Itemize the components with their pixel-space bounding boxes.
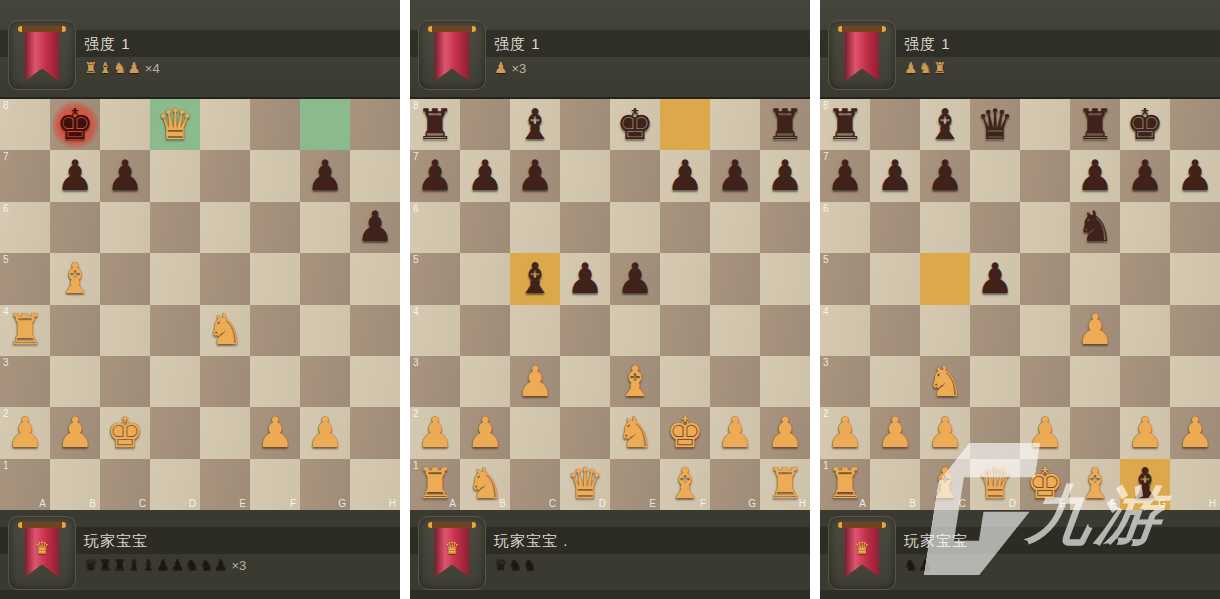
rank-label: 4 xyxy=(413,306,419,317)
white-pawn[interactable]: ♟ xyxy=(766,412,804,454)
square-d5[interactable]: ♟ xyxy=(970,253,1020,304)
square-c1[interactable]: C♝ xyxy=(920,459,970,510)
game-panel-1: 强度 1 ♜♝♞♟×4 8♚♛7♟♟♟6♟5♝4♜♞32♟♟♚♟♟1ABCDEF… xyxy=(0,0,400,599)
white-rook[interactable]: ♜ xyxy=(826,463,864,505)
square-d7[interactable] xyxy=(150,150,200,201)
square-c8[interactable]: ♝ xyxy=(510,99,560,150)
square-a2[interactable]: 2♟ xyxy=(410,407,460,458)
black-pawn[interactable]: ♟ xyxy=(106,155,144,197)
square-b6[interactable] xyxy=(50,202,100,253)
square-f3[interactable] xyxy=(1070,356,1120,407)
square-a1[interactable]: 1A xyxy=(0,459,50,510)
player-avatar[interactable]: ♛ xyxy=(8,516,76,590)
square-g7[interactable]: ♟ xyxy=(710,150,760,201)
square-b4[interactable] xyxy=(50,305,100,356)
white-rook[interactable]: ♜ xyxy=(6,309,44,351)
black-knight[interactable]: ♞ xyxy=(1076,206,1114,248)
square-f7[interactable]: ♟ xyxy=(660,150,710,201)
square-c6[interactable] xyxy=(510,202,560,253)
square-e2[interactable]: ♞ xyxy=(610,407,660,458)
opponent-name: 强度 1 xyxy=(904,30,951,57)
square-b3[interactable] xyxy=(50,356,100,407)
square-d3[interactable] xyxy=(560,356,610,407)
black-pawn[interactable]: ♟ xyxy=(826,155,864,197)
white-knight[interactable]: ♞ xyxy=(926,361,964,403)
square-h7[interactable]: ♟ xyxy=(1170,150,1220,201)
black-pawn[interactable]: ♟ xyxy=(416,155,454,197)
square-d8[interactable]: ♛ xyxy=(970,99,1020,150)
captured-multiplier: ×3 xyxy=(232,558,247,573)
black-pawn[interactable]: ♟ xyxy=(356,206,394,248)
square-h8[interactable]: ♜ xyxy=(760,99,810,150)
square-f2[interactable]: ♟ xyxy=(250,407,300,458)
square-g8[interactable]: ♚ xyxy=(1120,99,1170,150)
white-pawn[interactable]: ♟ xyxy=(826,412,864,454)
white-pawn[interactable]: ♟ xyxy=(1126,412,1164,454)
square-h2[interactable]: ♟ xyxy=(1170,407,1220,458)
square-f2[interactable]: ♚ xyxy=(660,407,710,458)
player-avatar[interactable]: ♛ xyxy=(418,516,486,590)
square-g8[interactable] xyxy=(300,99,350,150)
square-b8[interactable]: ♚ xyxy=(50,99,100,150)
black-pawn[interactable]: ♟ xyxy=(56,155,94,197)
square-e4[interactable] xyxy=(1020,305,1070,356)
square-d8[interactable] xyxy=(560,99,610,150)
white-pawn[interactable]: ♟ xyxy=(466,412,504,454)
square-f5[interactable] xyxy=(660,253,710,304)
square-h4[interactable] xyxy=(1170,305,1220,356)
square-d6[interactable] xyxy=(970,202,1020,253)
square-b3[interactable] xyxy=(460,356,510,407)
black-pawn[interactable]: ♟ xyxy=(1176,155,1214,197)
square-c5[interactable]: ♝ xyxy=(510,253,560,304)
square-b1[interactable]: B xyxy=(50,459,100,510)
square-g4[interactable] xyxy=(710,305,760,356)
square-h1[interactable]: H xyxy=(1170,459,1220,510)
file-label: G xyxy=(1158,498,1166,509)
captured-knight-icon: ♞ xyxy=(523,558,536,573)
square-f8[interactable]: ♜ xyxy=(1070,99,1120,150)
square-c4[interactable] xyxy=(100,305,150,356)
square-e1[interactable]: E♚ xyxy=(1020,459,1070,510)
square-f5[interactable] xyxy=(1070,253,1120,304)
square-g7[interactable]: ♟ xyxy=(1120,150,1170,201)
square-e7[interactable] xyxy=(1020,150,1070,201)
white-pawn[interactable]: ♟ xyxy=(716,412,754,454)
white-pawn[interactable]: ♟ xyxy=(306,412,344,454)
file-label: B xyxy=(909,498,916,509)
banner-rod-icon xyxy=(838,522,886,528)
square-h3[interactable] xyxy=(1170,356,1220,407)
white-pawn[interactable]: ♟ xyxy=(416,412,454,454)
player-bar: 玩家宝宝 . ♛ ♛♞♞ xyxy=(410,510,810,599)
black-pawn[interactable]: ♟ xyxy=(1126,155,1164,197)
square-h1[interactable]: H xyxy=(350,459,400,510)
square-b7[interactable]: ♟ xyxy=(50,150,100,201)
square-a7[interactable]: 7♟ xyxy=(410,150,460,201)
square-g3[interactable] xyxy=(1120,356,1170,407)
square-g1[interactable]: G♝ xyxy=(1120,459,1170,510)
square-a5[interactable]: 5 xyxy=(820,253,870,304)
square-b4[interactable] xyxy=(460,305,510,356)
black-rook[interactable]: ♜ xyxy=(416,104,454,146)
square-c2[interactable] xyxy=(510,407,560,458)
black-pawn[interactable]: ♟ xyxy=(566,258,604,300)
square-f4[interactable] xyxy=(660,305,710,356)
square-d3[interactable] xyxy=(150,356,200,407)
white-bishop[interactable]: ♝ xyxy=(1076,463,1114,505)
square-g2[interactable]: ♟ xyxy=(300,407,350,458)
black-pawn[interactable]: ♟ xyxy=(466,155,504,197)
square-b1[interactable]: B xyxy=(870,459,920,510)
square-f1[interactable]: F♝ xyxy=(660,459,710,510)
square-b5[interactable] xyxy=(870,253,920,304)
square-f6[interactable]: ♞ xyxy=(1070,202,1120,253)
opponent-avatar[interactable] xyxy=(828,20,896,90)
banner-icon xyxy=(25,29,59,81)
rank-label: 5 xyxy=(413,254,419,265)
square-h5[interactable] xyxy=(760,253,810,304)
black-pawn[interactable]: ♟ xyxy=(716,155,754,197)
square-e2[interactable]: ♟ xyxy=(1020,407,1070,458)
square-c1[interactable]: C xyxy=(510,459,560,510)
white-pawn[interactable]: ♟ xyxy=(1026,412,1064,454)
white-pawn[interactable]: ♟ xyxy=(926,412,964,454)
square-e4[interactable]: ♞ xyxy=(200,305,250,356)
square-b3[interactable] xyxy=(870,356,920,407)
square-b8[interactable] xyxy=(460,99,510,150)
white-king[interactable]: ♚ xyxy=(666,412,704,454)
square-e1[interactable]: E xyxy=(200,459,250,510)
square-a4[interactable]: 4 xyxy=(410,305,460,356)
square-g2[interactable]: ♟ xyxy=(1120,407,1170,458)
square-a7[interactable]: 7 xyxy=(0,150,50,201)
captured-pawn-icon: ♟ xyxy=(156,558,169,573)
square-g6[interactable] xyxy=(300,202,350,253)
rank-label: 2 xyxy=(413,408,419,419)
black-king[interactable]: ♚ xyxy=(616,104,654,146)
player-name: 玩家宝宝 xyxy=(904,527,968,554)
square-c5[interactable] xyxy=(920,253,970,304)
white-queen[interactable]: ♛ xyxy=(156,104,194,146)
square-e5[interactable]: ♟ xyxy=(610,253,660,304)
square-e8[interactable] xyxy=(200,99,250,150)
square-g4[interactable] xyxy=(1120,305,1170,356)
square-a6[interactable]: 6 xyxy=(820,202,870,253)
captured-rook-icon: ♜ xyxy=(113,558,126,573)
square-d2[interactable] xyxy=(560,407,610,458)
square-g1[interactable]: G xyxy=(300,459,350,510)
square-c1[interactable]: C xyxy=(100,459,150,510)
opponent-avatar[interactable] xyxy=(418,20,486,90)
square-f3[interactable] xyxy=(250,356,300,407)
file-label: G xyxy=(338,498,346,509)
square-f8[interactable] xyxy=(660,99,710,150)
square-b5[interactable]: ♝ xyxy=(50,253,100,304)
opponent-name: 强度 1 xyxy=(84,30,131,57)
square-f7[interactable] xyxy=(250,150,300,201)
rank-label: 8 xyxy=(413,100,419,111)
square-f5[interactable] xyxy=(250,253,300,304)
file-label: E xyxy=(649,498,656,509)
white-pawn[interactable]: ♟ xyxy=(876,412,914,454)
square-e7[interactable] xyxy=(610,150,660,201)
square-e8[interactable]: ♚ xyxy=(610,99,660,150)
square-g7[interactable]: ♟ xyxy=(300,150,350,201)
black-bishop[interactable]: ♝ xyxy=(516,258,554,300)
square-d4[interactable] xyxy=(970,305,1020,356)
white-king[interactable]: ♚ xyxy=(106,412,144,454)
square-g6[interactable] xyxy=(1120,202,1170,253)
square-h6[interactable]: ♟ xyxy=(350,202,400,253)
square-b1[interactable]: B♞ xyxy=(460,459,510,510)
captured-bishop-icon: ♝ xyxy=(127,558,140,573)
square-g5[interactable] xyxy=(300,253,350,304)
square-d1[interactable]: D♛ xyxy=(560,459,610,510)
rank-label: 6 xyxy=(823,203,829,214)
square-c5[interactable] xyxy=(100,253,150,304)
square-f8[interactable] xyxy=(250,99,300,150)
captured-knight-icon: ♞ xyxy=(918,61,931,76)
square-b2[interactable]: ♟ xyxy=(460,407,510,458)
square-h5[interactable] xyxy=(1170,253,1220,304)
square-h3[interactable] xyxy=(350,356,400,407)
black-bishop[interactable]: ♝ xyxy=(926,104,964,146)
rank-label: 1 xyxy=(3,460,9,471)
square-f1[interactable]: F♝ xyxy=(1070,459,1120,510)
square-f4[interactable] xyxy=(250,305,300,356)
player-captured-tray: ♞♟ xyxy=(904,558,932,573)
square-a3[interactable]: 3 xyxy=(410,356,460,407)
square-e7[interactable] xyxy=(200,150,250,201)
square-g2[interactable]: ♟ xyxy=(710,407,760,458)
square-e5[interactable] xyxy=(200,253,250,304)
square-a5[interactable]: 5 xyxy=(410,253,460,304)
square-d1[interactable]: D xyxy=(150,459,200,510)
square-d8[interactable]: ♛ xyxy=(150,99,200,150)
white-pawn[interactable]: ♟ xyxy=(6,412,44,454)
black-rook[interactable]: ♜ xyxy=(766,104,804,146)
black-king[interactable]: ♚ xyxy=(1126,104,1164,146)
square-f3[interactable] xyxy=(660,356,710,407)
square-b5[interactable] xyxy=(460,253,510,304)
square-g3[interactable] xyxy=(300,356,350,407)
square-c3[interactable] xyxy=(100,356,150,407)
square-h3[interactable] xyxy=(760,356,810,407)
square-c6[interactable] xyxy=(920,202,970,253)
opponent-bar: 强度 1 ♜♝♞♟×4 xyxy=(0,0,400,97)
white-pawn[interactable]: ♟ xyxy=(1076,309,1114,351)
square-e3[interactable]: ♝ xyxy=(610,356,660,407)
square-b6[interactable] xyxy=(870,202,920,253)
square-d2[interactable] xyxy=(150,407,200,458)
white-knight[interactable]: ♞ xyxy=(466,463,504,505)
square-b6[interactable] xyxy=(460,202,510,253)
square-b2[interactable]: ♟ xyxy=(870,407,920,458)
square-a6[interactable]: 6 xyxy=(410,202,460,253)
square-h2[interactable]: ♟ xyxy=(760,407,810,458)
black-pawn[interactable]: ♟ xyxy=(1076,155,1114,197)
square-h5[interactable] xyxy=(350,253,400,304)
black-pawn[interactable]: ♟ xyxy=(516,155,554,197)
square-d7[interactable] xyxy=(560,150,610,201)
square-c8[interactable]: ♝ xyxy=(920,99,970,150)
square-c4[interactable] xyxy=(510,305,560,356)
square-d6[interactable] xyxy=(560,202,610,253)
square-c8[interactable] xyxy=(100,99,150,150)
square-d5[interactable]: ♟ xyxy=(560,253,610,304)
square-a8[interactable]: 8♜ xyxy=(820,99,870,150)
file-label: H xyxy=(799,498,806,509)
square-f7[interactable]: ♟ xyxy=(1070,150,1120,201)
black-bishop[interactable]: ♝ xyxy=(516,104,554,146)
opponent-avatar[interactable] xyxy=(8,20,76,90)
crown-icon: ♛ xyxy=(854,538,869,558)
white-pawn[interactable]: ♟ xyxy=(516,361,554,403)
square-d2[interactable] xyxy=(970,407,1020,458)
square-d3[interactable] xyxy=(970,356,1020,407)
square-c4[interactable] xyxy=(920,305,970,356)
white-pawn[interactable]: ♟ xyxy=(256,412,294,454)
square-h6[interactable] xyxy=(1170,202,1220,253)
black-pawn[interactable]: ♟ xyxy=(976,258,1014,300)
black-pawn[interactable]: ♟ xyxy=(926,155,964,197)
file-label: E xyxy=(1059,498,1066,509)
black-king[interactable]: ♚ xyxy=(56,104,94,146)
square-h8[interactable] xyxy=(1170,99,1220,150)
file-label: H xyxy=(389,498,396,509)
white-knight[interactable]: ♞ xyxy=(616,412,654,454)
square-g5[interactable] xyxy=(710,253,760,304)
file-label: A xyxy=(449,498,456,509)
square-g5[interactable] xyxy=(1120,253,1170,304)
square-a2[interactable]: 2♟ xyxy=(0,407,50,458)
square-h7[interactable]: ♟ xyxy=(760,150,810,201)
black-pawn[interactable]: ♟ xyxy=(306,155,344,197)
square-f4[interactable]: ♟ xyxy=(1070,305,1120,356)
square-h2[interactable] xyxy=(350,407,400,458)
square-c2[interactable]: ♚ xyxy=(100,407,150,458)
banner-rod-icon xyxy=(428,522,476,528)
square-c3[interactable]: ♞ xyxy=(920,356,970,407)
square-b7[interactable]: ♟ xyxy=(460,150,510,201)
square-a4[interactable]: 4 xyxy=(820,305,870,356)
white-king[interactable]: ♚ xyxy=(1026,463,1064,505)
white-rook[interactable]: ♜ xyxy=(416,463,454,505)
captured-pawn-icon: ♟ xyxy=(494,61,507,76)
opponent-bar: 强度 1 ♟♞♜ xyxy=(820,0,1220,97)
square-f6[interactable] xyxy=(660,202,710,253)
square-d6[interactable] xyxy=(150,202,200,253)
white-pawn[interactable]: ♟ xyxy=(56,412,94,454)
game-panel-2: 强度 1 ♟×3 8♜♝♚♜7♟♟♟♟♟♟65♝♟♟43♟♝2♟♟♞♚♟♟1A♜… xyxy=(410,0,810,599)
square-e4[interactable] xyxy=(610,305,660,356)
square-a5[interactable]: 5 xyxy=(0,253,50,304)
square-a3[interactable]: 3 xyxy=(0,356,50,407)
captured-knight-icon: ♞ xyxy=(200,558,213,573)
square-b2[interactable]: ♟ xyxy=(50,407,100,458)
square-a4[interactable]: 4♜ xyxy=(0,305,50,356)
square-e2[interactable] xyxy=(200,407,250,458)
square-b7[interactable]: ♟ xyxy=(870,150,920,201)
square-e1[interactable]: E xyxy=(610,459,660,510)
square-e3[interactable] xyxy=(200,356,250,407)
white-knight[interactable]: ♞ xyxy=(206,309,244,351)
square-a6[interactable]: 6 xyxy=(0,202,50,253)
white-bishop[interactable]: ♝ xyxy=(666,463,704,505)
white-pawn[interactable]: ♟ xyxy=(1176,412,1214,454)
square-e5[interactable] xyxy=(1020,253,1070,304)
square-e6[interactable] xyxy=(610,202,660,253)
square-c2[interactable]: ♟ xyxy=(920,407,970,458)
square-c6[interactable] xyxy=(100,202,150,253)
square-d4[interactable] xyxy=(560,305,610,356)
square-d7[interactable] xyxy=(970,150,1020,201)
square-a8[interactable]: 8 xyxy=(0,99,50,150)
square-e6[interactable] xyxy=(1020,202,1070,253)
square-g8[interactable] xyxy=(710,99,760,150)
square-f1[interactable]: F xyxy=(250,459,300,510)
black-pawn[interactable]: ♟ xyxy=(616,258,654,300)
square-a8[interactable]: 8♜ xyxy=(410,99,460,150)
square-h4[interactable] xyxy=(760,305,810,356)
square-a3[interactable]: 3 xyxy=(820,356,870,407)
player-avatar[interactable]: ♛ xyxy=(828,516,896,590)
square-e3[interactable] xyxy=(1020,356,1070,407)
square-f6[interactable] xyxy=(250,202,300,253)
black-rook[interactable]: ♜ xyxy=(826,104,864,146)
file-label: A xyxy=(859,498,866,509)
square-g6[interactable] xyxy=(710,202,760,253)
square-e8[interactable] xyxy=(1020,99,1070,150)
black-queen[interactable]: ♛ xyxy=(976,104,1014,146)
square-h7[interactable] xyxy=(350,150,400,201)
square-g4[interactable] xyxy=(300,305,350,356)
square-a1[interactable]: 1A♜ xyxy=(820,459,870,510)
crown-icon: ♛ xyxy=(34,538,49,558)
square-a2[interactable]: 2♟ xyxy=(820,407,870,458)
square-h6[interactable] xyxy=(760,202,810,253)
square-c7[interactable]: ♟ xyxy=(920,150,970,201)
square-a7[interactable]: 7♟ xyxy=(820,150,870,201)
square-a1[interactable]: 1A♜ xyxy=(410,459,460,510)
square-d1[interactable]: D♛ xyxy=(970,459,1020,510)
white-bishop[interactable]: ♝ xyxy=(616,361,654,403)
square-h8[interactable] xyxy=(350,99,400,150)
player-name: 玩家宝宝 xyxy=(84,527,148,554)
square-b4[interactable] xyxy=(870,305,920,356)
square-h4[interactable] xyxy=(350,305,400,356)
square-b8[interactable] xyxy=(870,99,920,150)
square-d4[interactable] xyxy=(150,305,200,356)
square-d5[interactable] xyxy=(150,253,200,304)
black-pawn[interactable]: ♟ xyxy=(876,155,914,197)
square-f2[interactable] xyxy=(1070,407,1120,458)
white-bishop[interactable]: ♝ xyxy=(56,258,94,300)
square-g1[interactable]: G xyxy=(710,459,760,510)
square-e6[interactable] xyxy=(200,202,250,253)
black-pawn[interactable]: ♟ xyxy=(666,155,704,197)
square-c3[interactable]: ♟ xyxy=(510,356,560,407)
square-c7[interactable]: ♟ xyxy=(510,150,560,201)
rank-label: 6 xyxy=(413,203,419,214)
square-c7[interactable]: ♟ xyxy=(100,150,150,201)
black-pawn[interactable]: ♟ xyxy=(766,155,804,197)
app-root: { "game": "chess", "watermark": { "text"… xyxy=(0,0,1220,599)
square-g3[interactable] xyxy=(710,356,760,407)
black-rook[interactable]: ♜ xyxy=(1076,104,1114,146)
square-h1[interactable]: H♜ xyxy=(760,459,810,510)
